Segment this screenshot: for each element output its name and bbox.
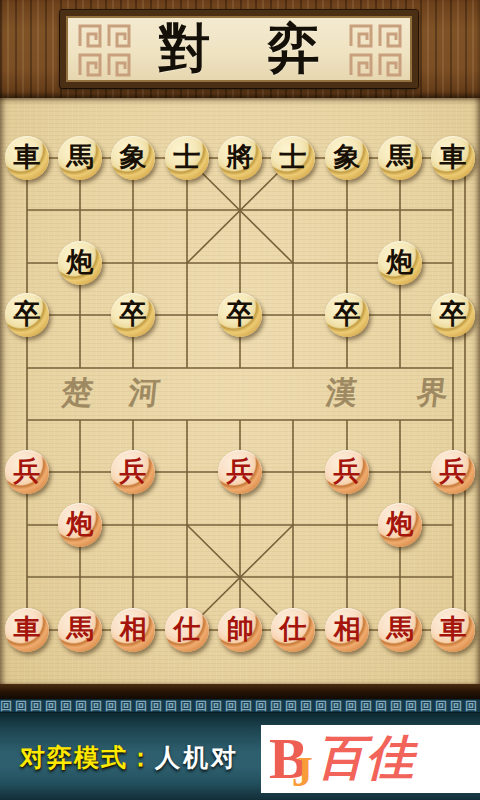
baijia-logo-overlay[interactable]: B J 百佳 [261,725,480,793]
piece-red-r6c2[interactable]: 兵 [111,450,155,494]
meander-border-strip [0,699,480,713]
piece-red-r9c5[interactable]: 仕 [271,608,315,652]
page-title: 對 弈 [131,23,347,75]
piece-character: 馬 [387,144,414,173]
meander-ornament-right-icon [347,22,402,77]
piece-character: 卒 [120,301,147,330]
piece-character: 兵 [227,458,254,487]
logo-letter-j: J [292,751,313,793]
piece-red-r9c8[interactable]: 車 [431,608,475,652]
piece-black-r0c4[interactable]: 將 [218,136,262,180]
piece-character: 兵 [334,458,361,487]
piece-character: 相 [334,616,361,645]
piece-character: 馬 [67,144,94,173]
board-bottom-edge [0,684,480,699]
piece-character: 卒 [14,301,41,330]
piece-character: 士 [174,144,201,173]
piece-red-r6c0[interactable]: 兵 [5,450,49,494]
piece-character: 炮 [387,249,414,278]
piece-character: 象 [334,144,361,173]
piece-character: 士 [280,144,307,173]
piece-character: 卒 [440,301,467,330]
piece-red-r6c8[interactable]: 兵 [431,450,475,494]
logo-name: 百佳 [317,734,415,782]
piece-character: 馬 [387,616,414,645]
piece-black-r0c0[interactable]: 車 [5,136,49,180]
piece-red-r9c1[interactable]: 馬 [58,608,102,652]
title-plaque: 對 弈 [60,10,418,88]
piece-character: 兵 [120,458,147,487]
piece-character: 車 [440,616,467,645]
piece-red-r9c0[interactable]: 車 [5,608,49,652]
piece-black-r0c5[interactable]: 士 [271,136,315,180]
piece-character: 兵 [440,458,467,487]
piece-black-r2c7[interactable]: 炮 [378,241,422,285]
piece-character: 仕 [174,616,201,645]
piece-red-r7c7[interactable]: 炮 [378,503,422,547]
piece-character: 馬 [67,616,94,645]
meander-ornament-left-icon [76,22,131,77]
piece-red-r9c3[interactable]: 仕 [165,608,209,652]
piece-character: 炮 [387,511,414,540]
piece-character: 兵 [14,458,41,487]
piece-character: 炮 [67,511,94,540]
piece-red-r9c6[interactable]: 相 [325,608,369,652]
piece-black-r0c3[interactable]: 士 [165,136,209,180]
piece-red-r6c4[interactable]: 兵 [218,450,262,494]
piece-character: 車 [14,144,41,173]
piece-black-r2c1[interactable]: 炮 [58,241,102,285]
piece-character: 卒 [227,301,254,330]
piece-black-r0c8[interactable]: 車 [431,136,475,180]
wood-header: 對 弈 [0,0,480,98]
game-mode-status: 对弈模式：人机对 [20,741,239,774]
piece-black-r3c4[interactable]: 卒 [218,293,262,337]
piece-black-r0c7[interactable]: 馬 [378,136,422,180]
piece-red-r6c6[interactable]: 兵 [325,450,369,494]
piece-character: 相 [120,616,147,645]
piece-character: 炮 [67,249,94,278]
piece-black-r3c2[interactable]: 卒 [111,293,155,337]
piece-character: 帥 [227,616,254,645]
piece-red-r9c7[interactable]: 馬 [378,608,422,652]
piece-character: 將 [227,144,254,173]
piece-character: 車 [440,144,467,173]
piece-black-r0c6[interactable]: 象 [325,136,369,180]
piece-black-r0c2[interactable]: 象 [111,136,155,180]
xiangqi-app-screen: 對 弈 楚 河 漢 界 車馬象士將士象馬車炮炮卒卒卒卒卒兵兵兵兵兵炮炮車馬相仕帥… [0,0,480,800]
piece-character: 象 [120,144,147,173]
piece-red-r9c4[interactable]: 帥 [218,608,262,652]
piece-character: 車 [14,616,41,645]
mode-value: 人机对 [155,743,239,771]
xiangqi-board[interactable]: 楚 河 漢 界 車馬象士將士象馬車炮炮卒卒卒卒卒兵兵兵兵兵炮炮車馬相仕帥仕相馬車 [0,98,480,684]
piece-black-r3c0[interactable]: 卒 [5,293,49,337]
piece-red-r7c1[interactable]: 炮 [58,503,102,547]
piece-character: 仕 [280,616,307,645]
piece-red-r9c2[interactable]: 相 [111,608,155,652]
piece-black-r0c1[interactable]: 馬 [58,136,102,180]
river-label-right: 漢 界 [324,377,475,408]
mode-label: 对弈模式： [20,743,155,771]
piece-character: 卒 [334,301,361,330]
piece-black-r3c6[interactable]: 卒 [325,293,369,337]
river-label-left: 楚 河 [60,377,175,408]
piece-black-r3c8[interactable]: 卒 [431,293,475,337]
